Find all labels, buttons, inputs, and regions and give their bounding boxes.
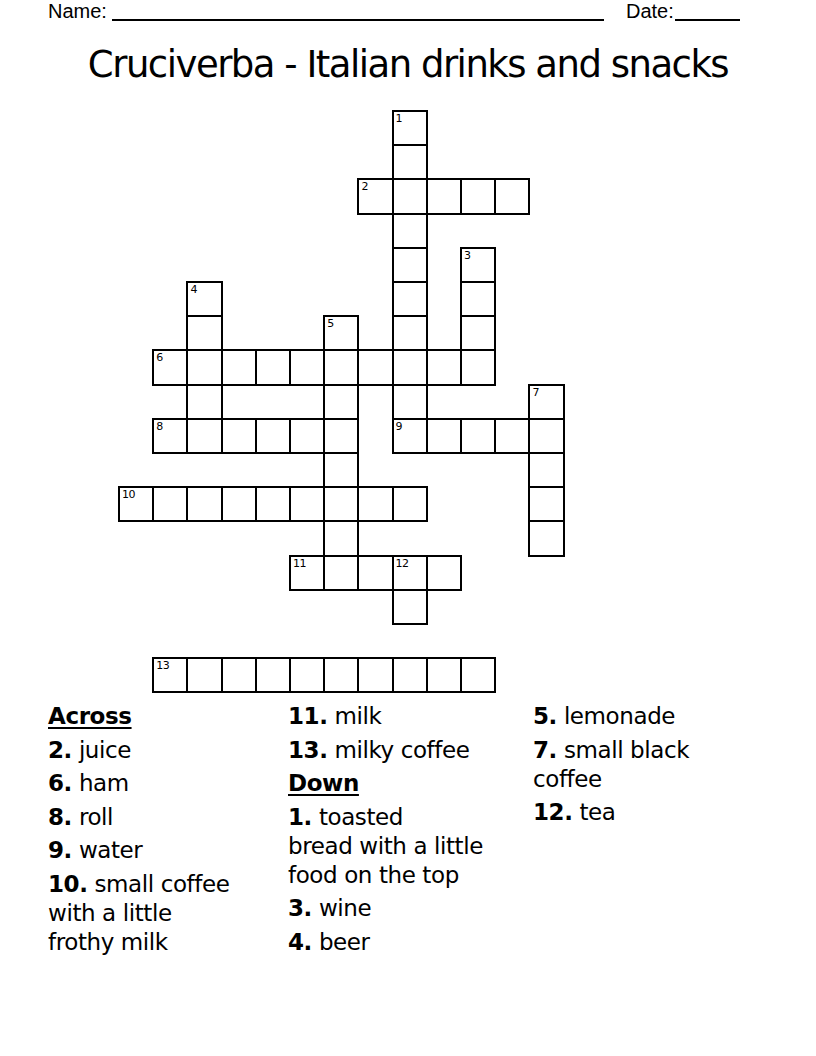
clue-number: 11. [288,703,328,729]
clue-number: 6. [48,770,72,796]
grid-cell-r2c10[interactable] [460,178,496,214]
grid-cell-r5c8[interactable] [392,281,428,317]
cell-number-label: 11 [293,558,306,570]
grid-cell-r9c11[interactable] [494,418,530,454]
name-label: Name: [48,0,107,22]
grid-cell-r6c10[interactable] [460,315,496,351]
grid-cell-r9c2[interactable] [186,418,222,454]
clue-text: milky coffee [334,737,469,763]
grid-cell-r11c7[interactable] [357,486,393,522]
clue-across-11: 11. milk [288,702,540,731]
grid-cell-r10c6[interactable] [323,452,359,488]
grid-cell-r6c2[interactable] [186,315,222,351]
cell-number-label: 12 [396,558,409,570]
cell-number-label: 9 [396,421,403,433]
grid-cell-r7c5[interactable] [289,349,325,385]
clue-across-2: 2. juice [48,736,300,765]
grid-cell-r11c8[interactable] [392,486,428,522]
clue-down-3: 3. wine [288,894,540,923]
grid-cell-r8c12[interactable]: 7 [528,384,564,420]
clue-text: toasted bread with a little food on the … [288,804,483,888]
grid-cell-r12c12[interactable] [528,520,564,556]
grid-cell-r13c9[interactable] [426,555,462,591]
clue-number: 2. [48,737,72,763]
grid-cell-r9c6[interactable] [323,418,359,454]
clue-text: tea [579,799,615,825]
grid-cell-r13c8[interactable]: 12 [392,555,428,591]
clues-column-across: Across 2. juice 6. ham 8. roll 9. water … [48,702,300,961]
grid-cell-r11c0[interactable]: 10 [118,486,154,522]
clue-number: 9. [48,837,72,863]
grid-cell-r16c2[interactable] [186,657,222,693]
grid-cell-r11c2[interactable] [186,486,222,522]
grid-cell-r14c8[interactable] [392,589,428,625]
clue-across-9: 9. water [48,836,300,865]
grid-cell-r12c6[interactable] [323,520,359,556]
grid-cell-r2c8[interactable] [392,178,428,214]
cell-number-label: 3 [464,250,471,262]
clue-text: beer [319,929,370,955]
clue-text: wine [319,895,371,921]
grid-cell-r5c2[interactable]: 4 [186,281,222,317]
grid-cell-r7c2[interactable] [186,349,222,385]
clue-number: 13. [288,737,328,763]
grid-cell-r13c7[interactable] [357,555,393,591]
grid-cell-r16c9[interactable] [426,657,462,693]
grid-cell-r16c1[interactable]: 13 [152,657,188,693]
clue-across-8: 8. roll [48,803,300,832]
clue-text: milk [334,703,381,729]
date-input-line[interactable] [675,0,740,21]
grid-cell-r9c8[interactable]: 9 [392,418,428,454]
grid-cell-r9c5[interactable] [289,418,325,454]
grid-cell-r9c4[interactable] [255,418,291,454]
grid-cell-r9c3[interactable] [221,418,257,454]
clue-number: 12. [533,799,573,825]
grid-cell-r7c6[interactable] [323,349,359,385]
grid-cell-r4c8[interactable] [392,247,428,283]
grid-cell-r16c6[interactable] [323,657,359,693]
grid-cell-r16c5[interactable] [289,657,325,693]
clue-text: roll [79,804,113,830]
grid-cell-r11c6[interactable] [323,486,359,522]
clue-number: 4. [288,929,312,955]
grid-cell-r9c10[interactable] [460,418,496,454]
cell-number-label: 5 [327,318,334,330]
clue-number: 8. [48,804,72,830]
grid-cell-r7c4[interactable] [255,349,291,385]
grid-cell-r7c1[interactable]: 6 [152,349,188,385]
grid-cell-r11c12[interactable] [528,486,564,522]
clue-text: water [79,837,143,863]
cell-number-label: 7 [532,387,539,399]
grid-cell-r7c9[interactable] [426,349,462,385]
grid-cell-r16c3[interactable] [221,657,257,693]
grid-cell-r9c12[interactable] [528,418,564,454]
crossword-grid: 12345678910111213 [118,110,564,693]
grid-cell-r5c10[interactable] [460,281,496,317]
clue-number: 7. [533,737,557,763]
clue-down-1: 1. toasted bread with a little food on t… [288,803,540,890]
clue-down-5: 5. lemonade [533,702,785,731]
grid-cell-r16c4[interactable] [255,657,291,693]
grid-cell-r7c3[interactable] [221,349,257,385]
clue-number: 1. [288,804,312,830]
cell-number-label: 13 [156,660,169,672]
grid-cell-r1c8[interactable] [392,144,428,180]
clue-text: ham [79,770,129,796]
date-label: Date: [626,0,674,22]
grid-cell-r13c6[interactable] [323,555,359,591]
grid-cell-r2c11[interactable] [494,178,530,214]
grid-cell-r8c8[interactable] [392,384,428,420]
grid-cell-r7c10[interactable] [460,349,496,385]
clue-across-10: 10. small coffee with a little frothy mi… [48,870,300,957]
grid-cell-r11c5[interactable] [289,486,325,522]
clue-number: 10. [48,871,88,897]
cell-number-label: 10 [122,489,135,501]
grid-cell-r7c8[interactable] [392,349,428,385]
grid-cell-r11c4[interactable] [255,486,291,522]
grid-cell-r9c9[interactable] [426,418,462,454]
grid-cell-r9c1[interactable]: 8 [152,418,188,454]
grid-cell-r2c9[interactable] [426,178,462,214]
down-heading: Down [288,769,540,798]
grid-cell-r10c12[interactable] [528,452,564,488]
grid-cell-r7c7[interactable] [357,349,393,385]
grid-cell-r8c6[interactable] [323,384,359,420]
page-title: Cruciverba - Italian drinks and snacks [0,44,816,86]
grid-cell-r2c7[interactable]: 2 [357,178,393,214]
clue-down-7: 7. small black coffee [533,736,785,794]
across-heading: Across [48,702,300,731]
clues-column-right: 5. lemonade 7. small black coffee 12. te… [533,702,785,832]
grid-cell-r11c3[interactable] [221,486,257,522]
grid-cell-r8c2[interactable] [186,384,222,420]
clue-down-4: 4. beer [288,928,540,957]
clue-text: juice [79,737,131,763]
clue-across-6: 6. ham [48,769,300,798]
grid-cell-r4c10[interactable]: 3 [460,247,496,283]
clue-across-13: 13. milky coffee [288,736,540,765]
grid-cell-r13c5[interactable]: 11 [289,555,325,591]
grid-cell-r11c1[interactable] [152,486,188,522]
clue-down-12: 12. tea [533,798,785,827]
grid-cell-r6c8[interactable] [392,315,428,351]
cell-number-label: 6 [156,352,163,364]
clue-number: 5. [533,703,557,729]
clues-column-middle: 11. milk 13. milky coffee Down 1. toaste… [288,702,540,961]
clue-number: 3. [288,895,312,921]
cell-number-label: 2 [361,181,368,193]
grid-cell-r6c6[interactable]: 5 [323,315,359,351]
grid-cell-r16c8[interactable] [392,657,428,693]
cell-number-label: 4 [190,284,197,296]
clue-text: lemonade [564,703,675,729]
grid-cell-r16c10[interactable] [460,657,496,693]
grid-cell-r16c7[interactable] [357,657,393,693]
grid-cell-r3c8[interactable] [392,213,428,249]
grid-cell-r0c8[interactable]: 1 [392,110,428,146]
cell-number-label: 8 [156,421,163,433]
clue-text: small black coffee [533,737,689,792]
cell-number-label: 1 [396,113,403,125]
name-input-line[interactable] [112,0,604,21]
